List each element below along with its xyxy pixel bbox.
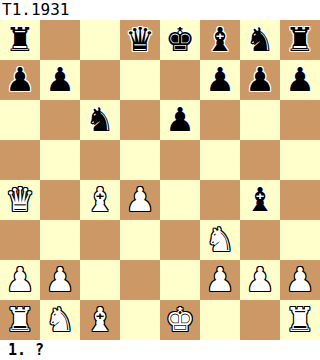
black-king[interactable]: ♚	[160, 20, 200, 60]
square-f3[interactable]: ♞	[200, 220, 240, 260]
square-d7[interactable]	[120, 60, 160, 100]
black-pawn[interactable]: ♟	[280, 60, 320, 100]
square-f1[interactable]	[200, 300, 240, 340]
white-pawn[interactable]: ♟	[200, 260, 240, 300]
puzzle-title: T1.1931	[0, 0, 320, 20]
white-bishop[interactable]: ♝	[80, 300, 120, 340]
chess-board: ♜♛♚♝♞♜♟♟♟♟♟♞♟♛♝♟♝♞♟♟♟♟♟♜♞♝♚♜	[0, 20, 320, 340]
black-rook[interactable]: ♜	[0, 20, 40, 60]
square-g5[interactable]	[240, 140, 280, 180]
square-g6[interactable]	[240, 100, 280, 140]
square-c1[interactable]: ♝	[80, 300, 120, 340]
black-knight[interactable]: ♞	[80, 100, 120, 140]
square-c2[interactable]	[80, 260, 120, 300]
white-bishop[interactable]: ♝	[80, 180, 120, 220]
square-e8[interactable]: ♚	[160, 20, 200, 60]
square-e1[interactable]: ♚	[160, 300, 200, 340]
square-c8[interactable]	[80, 20, 120, 60]
square-e7[interactable]	[160, 60, 200, 100]
square-b7[interactable]: ♟	[40, 60, 80, 100]
square-d6[interactable]	[120, 100, 160, 140]
square-b1[interactable]: ♞	[40, 300, 80, 340]
square-g3[interactable]	[240, 220, 280, 260]
square-h1[interactable]: ♜	[280, 300, 320, 340]
white-rook[interactable]: ♜	[280, 300, 320, 340]
square-h2[interactable]: ♟	[280, 260, 320, 300]
white-pawn[interactable]: ♟	[240, 260, 280, 300]
square-b6[interactable]	[40, 100, 80, 140]
square-a1[interactable]: ♜	[0, 300, 40, 340]
square-d2[interactable]	[120, 260, 160, 300]
square-c7[interactable]	[80, 60, 120, 100]
black-bishop[interactable]: ♝	[200, 20, 240, 60]
square-g1[interactable]	[240, 300, 280, 340]
square-d5[interactable]	[120, 140, 160, 180]
white-pawn[interactable]: ♟	[0, 260, 40, 300]
move-prompt: 1. ?	[0, 340, 320, 360]
square-a8[interactable]: ♜	[0, 20, 40, 60]
square-d3[interactable]	[120, 220, 160, 260]
square-f2[interactable]: ♟	[200, 260, 240, 300]
square-d1[interactable]	[120, 300, 160, 340]
square-c3[interactable]	[80, 220, 120, 260]
square-h7[interactable]: ♟	[280, 60, 320, 100]
square-f6[interactable]	[200, 100, 240, 140]
square-b3[interactable]	[40, 220, 80, 260]
square-e3[interactable]	[160, 220, 200, 260]
white-knight[interactable]: ♞	[40, 300, 80, 340]
white-pawn[interactable]: ♟	[280, 260, 320, 300]
square-h5[interactable]	[280, 140, 320, 180]
square-g7[interactable]: ♟	[240, 60, 280, 100]
black-rook[interactable]: ♜	[280, 20, 320, 60]
square-g8[interactable]: ♞	[240, 20, 280, 60]
square-h4[interactable]	[280, 180, 320, 220]
square-d8[interactable]: ♛	[120, 20, 160, 60]
square-f8[interactable]: ♝	[200, 20, 240, 60]
square-g2[interactable]: ♟	[240, 260, 280, 300]
square-g4[interactable]: ♝	[240, 180, 280, 220]
black-queen[interactable]: ♛	[120, 20, 160, 60]
square-f4[interactable]	[200, 180, 240, 220]
square-e2[interactable]	[160, 260, 200, 300]
white-queen[interactable]: ♛	[0, 180, 40, 220]
square-a5[interactable]	[0, 140, 40, 180]
square-e5[interactable]	[160, 140, 200, 180]
square-h6[interactable]	[280, 100, 320, 140]
square-f5[interactable]	[200, 140, 240, 180]
black-pawn[interactable]: ♟	[240, 60, 280, 100]
square-a6[interactable]	[0, 100, 40, 140]
square-b8[interactable]	[40, 20, 80, 60]
square-a7[interactable]: ♟	[0, 60, 40, 100]
black-pawn[interactable]: ♟	[40, 60, 80, 100]
square-d4[interactable]: ♟	[120, 180, 160, 220]
white-knight[interactable]: ♞	[200, 220, 240, 260]
square-a4[interactable]: ♛	[0, 180, 40, 220]
white-rook[interactable]: ♜	[0, 300, 40, 340]
square-h8[interactable]: ♜	[280, 20, 320, 60]
white-pawn[interactable]: ♟	[120, 180, 160, 220]
square-f7[interactable]: ♟	[200, 60, 240, 100]
chess-puzzle-window: T1.1931 ♜♛♚♝♞♜♟♟♟♟♟♞♟♛♝♟♝♞♟♟♟♟♟♜♞♝♚♜ 1. …	[0, 0, 320, 360]
square-b2[interactable]: ♟	[40, 260, 80, 300]
square-c5[interactable]	[80, 140, 120, 180]
black-pawn[interactable]: ♟	[0, 60, 40, 100]
white-king[interactable]: ♚	[160, 300, 200, 340]
square-c4[interactable]: ♝	[80, 180, 120, 220]
white-pawn[interactable]: ♟	[40, 260, 80, 300]
black-knight[interactable]: ♞	[240, 20, 280, 60]
square-h3[interactable]	[280, 220, 320, 260]
square-a2[interactable]: ♟	[0, 260, 40, 300]
square-b5[interactable]	[40, 140, 80, 180]
black-pawn[interactable]: ♟	[160, 100, 200, 140]
black-bishop[interactable]: ♝	[240, 180, 280, 220]
square-c6[interactable]: ♞	[80, 100, 120, 140]
square-e4[interactable]	[160, 180, 200, 220]
black-pawn[interactable]: ♟	[200, 60, 240, 100]
square-b4[interactable]	[40, 180, 80, 220]
square-e6[interactable]: ♟	[160, 100, 200, 140]
square-a3[interactable]	[0, 220, 40, 260]
